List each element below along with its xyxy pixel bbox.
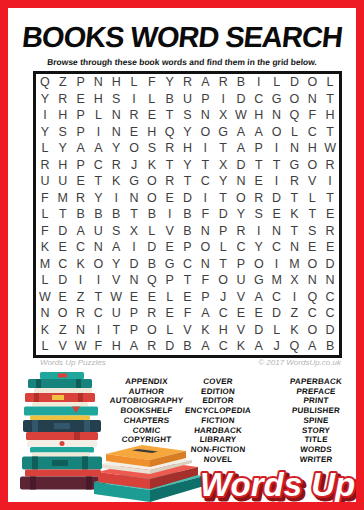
grid-cell-r9c6[interactable]: T (125, 206, 143, 223)
grid-cell-r14c1[interactable]: W (36, 289, 54, 306)
grid-cell-r16c14[interactable]: L (268, 322, 286, 339)
grid-cell-r15c6[interactable]: P (125, 305, 143, 322)
grid-cell-r17c10[interactable]: A (196, 338, 214, 355)
grid-cell-r10c17[interactable]: R (321, 223, 339, 240)
grid-cell-r1c14[interactable]: L (268, 74, 286, 91)
grid-cell-r5c11[interactable]: T (214, 140, 232, 157)
grid-cell-r12c1[interactable]: M (36, 256, 54, 273)
grid-cell-r11c14[interactable]: C (268, 239, 286, 256)
grid-cell-r11c17[interactable]: E (321, 239, 339, 256)
grid-cell-r7c5[interactable]: K (107, 173, 125, 190)
grid-cell-r13c16[interactable]: N (303, 272, 321, 289)
grid-cell-r11c10[interactable]: O (196, 239, 214, 256)
grid-cell-r13c6[interactable]: N (125, 272, 143, 289)
grid-cell-r1c12[interactable]: B (232, 74, 250, 91)
grid-cell-r9c8[interactable]: I (161, 206, 179, 223)
grid-cell-r5c2[interactable]: Y (54, 140, 72, 157)
grid-cell-r3c16[interactable]: F (303, 107, 321, 124)
grid-cell-r6c9[interactable]: Y (179, 157, 197, 174)
grid-cell-r6c1[interactable]: R (36, 157, 54, 174)
grid-cell-r3c6[interactable]: R (125, 107, 143, 124)
grid-cell-r9c7[interactable]: B (143, 206, 161, 223)
grid-cell-r16c2[interactable]: Z (54, 322, 72, 339)
grid-cell-r15c4[interactable]: C (89, 305, 107, 322)
grid-cell-r14c2[interactable]: E (54, 289, 72, 306)
grid-cell-r7c17[interactable]: I (321, 173, 339, 190)
grid-cell-r8c8[interactable]: E (161, 190, 179, 207)
grid-cell-r12c7[interactable]: B (143, 256, 161, 273)
grid-cell-r6c15[interactable]: G (286, 157, 304, 174)
grid-cell-r8c14[interactable]: D (268, 190, 286, 207)
grid-cell-r6c10[interactable]: T (196, 157, 214, 174)
grid-cell-r7c15[interactable]: R (286, 173, 304, 190)
grid-cell-r8c17[interactable]: T (321, 190, 339, 207)
grid-cell-r14c11[interactable]: J (214, 289, 232, 306)
grid-cell-r5c8[interactable]: R (161, 140, 179, 157)
grid-cell-r7c6[interactable]: G (125, 173, 143, 190)
grid-cell-r8c16[interactable]: L (303, 190, 321, 207)
grid-cell-r16c4[interactable]: I (89, 322, 107, 339)
grid-cell-r9c17[interactable]: E (321, 206, 339, 223)
grid-cell-r6c8[interactable]: T (161, 157, 179, 174)
grid-cell-r17c16[interactable]: A (303, 338, 321, 355)
grid-cell-r13c12[interactable]: U (232, 272, 250, 289)
grid-cell-r13c4[interactable]: I (89, 272, 107, 289)
grid-cell-r4c1[interactable]: Y (36, 124, 54, 141)
grid-cell-r8c1[interactable]: F (36, 190, 54, 207)
grid-cell-r5c14[interactable]: I (268, 140, 286, 157)
grid-cell-r13c17[interactable]: N (321, 272, 339, 289)
grid-cell-r11c8[interactable]: E (161, 239, 179, 256)
grid-cell-r3c13[interactable]: H (250, 107, 268, 124)
grid-cell-r9c15[interactable]: K (286, 206, 304, 223)
grid-cell-r6c5[interactable]: R (107, 157, 125, 174)
grid-cell-r14c4[interactable]: T (89, 289, 107, 306)
grid-cell-r4c2[interactable]: S (54, 124, 72, 141)
grid-cell-r9c10[interactable]: F (196, 206, 214, 223)
grid-cell-r10c5[interactable]: S (107, 223, 125, 240)
grid-cell-r9c5[interactable]: B (107, 206, 125, 223)
grid-cell-r2c14[interactable]: G (268, 91, 286, 108)
grid-cell-r12c6[interactable]: D (125, 256, 143, 273)
grid-cell-r13c13[interactable]: G (250, 272, 268, 289)
grid-cell-r10c13[interactable]: I (250, 223, 268, 240)
grid-cell-r3c15[interactable]: Q (286, 107, 304, 124)
grid-cell-r9c9[interactable]: B (179, 206, 197, 223)
grid-cell-r4c3[interactable]: P (72, 124, 90, 141)
grid-cell-r11c15[interactable]: N (286, 239, 304, 256)
grid-cell-r5c6[interactable]: O (125, 140, 143, 157)
grid-cell-r8c15[interactable]: T (286, 190, 304, 207)
grid-cell-r8c4[interactable]: Y (89, 190, 107, 207)
grid-cell-r1c8[interactable]: Y (161, 74, 179, 91)
grid-cell-r14c16[interactable]: Q (303, 289, 321, 306)
grid-cell-r12c14[interactable]: I (268, 256, 286, 273)
grid-cell-r7c1[interactable]: U (36, 173, 54, 190)
grid-cell-r17c4[interactable]: F (89, 338, 107, 355)
grid-cell-r8c5[interactable]: I (107, 190, 125, 207)
grid-cell-r11c1[interactable]: K (36, 239, 54, 256)
grid-cell-r9c2[interactable]: T (54, 206, 72, 223)
grid-cell-r14c13[interactable]: A (250, 289, 268, 306)
grid-cell-r2c7[interactable]: L (143, 91, 161, 108)
grid-cell-r3c3[interactable]: P (72, 107, 90, 124)
grid-cell-r15c16[interactable]: C (303, 305, 321, 322)
grid-cell-r14c12[interactable]: V (232, 289, 250, 306)
grid-cell-r13c8[interactable]: P (161, 272, 179, 289)
grid-cell-r7c3[interactable]: E (72, 173, 90, 190)
grid-cell-r3c7[interactable]: E (143, 107, 161, 124)
grid-cell-r17c14[interactable]: J (268, 338, 286, 355)
grid-cell-r17c1[interactable]: L (36, 338, 54, 355)
grid-cell-r11c9[interactable]: P (179, 239, 197, 256)
grid-cell-r4c4[interactable]: I (89, 124, 107, 141)
grid-cell-r10c9[interactable]: B (179, 223, 197, 240)
grid-cell-r11c12[interactable]: C (232, 239, 250, 256)
grid-cell-r14c14[interactable]: C (268, 289, 286, 306)
word-list-item: SPINE (266, 416, 364, 426)
grid-cell-r17c7[interactable]: R (143, 338, 161, 355)
grid-cell-r2c12[interactable]: D (232, 91, 250, 108)
grid-cell-r17c17[interactable]: B (321, 338, 339, 355)
grid-cell-r6c13[interactable]: T (250, 157, 268, 174)
grid-cell-r4c17[interactable]: T (321, 124, 339, 141)
grid-cell-r12c4[interactable]: O (89, 256, 107, 273)
grid-cell-r15c12[interactable]: E (232, 305, 250, 322)
grid-cell-r5c9[interactable]: H (179, 140, 197, 157)
grid-cell-r6c12[interactable]: D (232, 157, 250, 174)
grid-cell-r2c11[interactable]: I (214, 91, 232, 108)
grid-cell-r8c7[interactable]: O (143, 190, 161, 207)
grid-cell-r16c10[interactable]: K (196, 322, 214, 339)
grid-cell-r6c11[interactable]: X (214, 157, 232, 174)
grid-cell-r13c9[interactable]: T (179, 272, 197, 289)
word-list-item: WORDS (266, 445, 364, 455)
grid-cell-r15c10[interactable]: A (196, 305, 214, 322)
grid-cell-r5c1[interactable]: L (36, 140, 54, 157)
grid-cell-r2c15[interactable]: O (286, 91, 304, 108)
grid-cell-r3c4[interactable]: L (89, 107, 107, 124)
grid-cell-r13c14[interactable]: M (268, 272, 286, 289)
grid-cell-r11c13[interactable]: Y (250, 239, 268, 256)
grid-cell-r3c10[interactable]: N (196, 107, 214, 124)
grid-cell-r2c6[interactable]: I (125, 91, 143, 108)
grid-cell-r5c10[interactable]: I (196, 140, 214, 157)
grid-cell-r8c13[interactable]: R (250, 190, 268, 207)
grid-cell-r7c9[interactable]: T (179, 173, 197, 190)
grid-cell-r15c11[interactable]: C (214, 305, 232, 322)
grid-cell-r16c12[interactable]: V (232, 322, 250, 339)
grid-cell-r17c8[interactable]: D (161, 338, 179, 355)
grid-cell-r15c13[interactable]: E (250, 305, 268, 322)
grid-cell-r17c9[interactable]: B (179, 338, 197, 355)
grid-cell-r4c8[interactable]: Q (161, 124, 179, 141)
grid-cell-r14c10[interactable]: P (196, 289, 214, 306)
grid-cell-r7c10[interactable]: C (196, 173, 214, 190)
grid-cell-r17c13[interactable]: A (250, 338, 268, 355)
grid-cell-r16c7[interactable]: O (143, 322, 161, 339)
word-list-column-3: PAPERBACKPREFACEPRINTPUBLISHERSPINESTORY… (266, 377, 364, 464)
grid-cell-r2c4[interactable]: H (89, 91, 107, 108)
grid-cell-r17c12[interactable]: K (232, 338, 250, 355)
grid-cell-r2c9[interactable]: U (179, 91, 197, 108)
grid-cell-r12c15[interactable]: M (286, 256, 304, 273)
grid-cell-r10c11[interactable]: P (214, 223, 232, 240)
grid-cell-r9c11[interactable]: D (214, 206, 232, 223)
grid-cell-r7c14[interactable]: I (268, 173, 286, 190)
grid-cell-r2c8[interactable]: B (161, 91, 179, 108)
grid-cell-r9c3[interactable]: B (72, 206, 90, 223)
grid-cell-r16c13[interactable]: D (250, 322, 268, 339)
grid-cell-r3c1[interactable]: I (36, 107, 54, 124)
grid-cell-r14c3[interactable]: Z (72, 289, 90, 306)
grid-cell-r4c16[interactable]: C (303, 124, 321, 141)
grid-cell-r10c7[interactable]: L (143, 223, 161, 240)
grid-cell-r5c4[interactable]: A (89, 140, 107, 157)
grid-cell-r11c16[interactable]: E (303, 239, 321, 256)
grid-cell-r16c6[interactable]: P (125, 322, 143, 339)
grid-cell-r6c6[interactable]: J (125, 157, 143, 174)
grid-cell-r4c12[interactable]: A (232, 124, 250, 141)
grid-cell-r15c17[interactable]: C (321, 305, 339, 322)
grid-cell-r11c2[interactable]: E (54, 239, 72, 256)
grid-cell-r1c9[interactable]: R (179, 74, 197, 91)
grid-cell-r17c15[interactable]: Q (286, 338, 304, 355)
grid-cell-r4c15[interactable]: L (286, 124, 304, 141)
word-search-grid: QZPNHLFYRARBILDOLYREHSILBUPIDCGONTIHPLNR… (33, 71, 342, 358)
footer-copyright: © 2017 WordsUp.co.uk (258, 358, 341, 367)
grid-cell-r5c7[interactable]: S (143, 140, 161, 157)
grid-cell-r15c7[interactable]: R (143, 305, 161, 322)
grid-cell-r8c6[interactable]: N (125, 190, 143, 207)
grid-cell-r8c2[interactable]: M (54, 190, 72, 207)
grid-cell-r16c5[interactable]: T (107, 322, 125, 339)
grid-cell-r13c11[interactable]: O (214, 272, 232, 289)
grid-cell-r3c9[interactable]: S (179, 107, 197, 124)
grid-cell-r3c8[interactable]: T (161, 107, 179, 124)
grid-cell-r14c8[interactable]: L (161, 289, 179, 306)
grid-cell-r13c7[interactable]: Q (143, 272, 161, 289)
grid-cell-r1c16[interactable]: O (303, 74, 321, 91)
grid-cell-r2c10[interactable]: P (196, 91, 214, 108)
grid-cell-r1c5[interactable]: H (107, 74, 125, 91)
grid-cell-r6c7[interactable]: K (143, 157, 161, 174)
grid-cell-r5c5[interactable]: Y (107, 140, 125, 157)
grid-cell-r4c14[interactable]: O (268, 124, 286, 141)
word-list-item: TITLE (266, 435, 364, 445)
grid-cell-r8c12[interactable]: O (232, 190, 250, 207)
grid-cell-r5c15[interactable]: N (286, 140, 304, 157)
grid-cell-r10c4[interactable]: U (89, 223, 107, 240)
grid-cell-r2c17[interactable]: T (321, 91, 339, 108)
page-subtitle: Browse through these book words and find… (8, 57, 357, 67)
grid-cell-r14c9[interactable]: E (179, 289, 197, 306)
grid-cell-r15c2[interactable]: O (54, 305, 72, 322)
grid-cell-r3c5[interactable]: N (107, 107, 125, 124)
grid-cell-r12c16[interactable]: O (303, 256, 321, 273)
grid-cell-r11c3[interactable]: C (72, 239, 90, 256)
grid-cell-r13c1[interactable]: L (36, 272, 54, 289)
grid-cell-r1c6[interactable]: L (125, 74, 143, 91)
grid-cell-r4c5[interactable]: N (107, 124, 125, 141)
grid-cell-r1c15[interactable]: D (286, 74, 304, 91)
grid-cell-r13c10[interactable]: F (196, 272, 214, 289)
grid-cell-r6c3[interactable]: P (72, 157, 90, 174)
grid-cell-r16c15[interactable]: K (286, 322, 304, 339)
grid-cell-r11c7[interactable]: D (143, 239, 161, 256)
grid-cell-r13c3[interactable]: I (72, 272, 90, 289)
grid-cell-r17c6[interactable]: A (125, 338, 143, 355)
grid-cell-r6c14[interactable]: T (268, 157, 286, 174)
grid-cell-r15c14[interactable]: D (268, 305, 286, 322)
grid-cell-r7c8[interactable]: R (161, 173, 179, 190)
grid-cell-r12c11[interactable]: T (214, 256, 232, 273)
grid-cell-r5c13[interactable]: P (250, 140, 268, 157)
grid-cell-r3c14[interactable]: N (268, 107, 286, 124)
grid-cell-r9c12[interactable]: Y (232, 206, 250, 223)
grid-cell-r12c10[interactable]: N (196, 256, 214, 273)
grid-cell-r5c16[interactable]: H (303, 140, 321, 157)
grid-cell-r12c17[interactable]: D (321, 256, 339, 273)
grid-cell-r2c5[interactable]: S (107, 91, 125, 108)
grid-cell-r3c11[interactable]: X (214, 107, 232, 124)
grid-cell-r3c2[interactable]: H (54, 107, 72, 124)
grid-cell-r1c10[interactable]: A (196, 74, 214, 91)
grid-cell-r16c3[interactable]: N (72, 322, 90, 339)
grid-cell-r7c13[interactable]: E (250, 173, 268, 190)
grid-cell-r9c13[interactable]: S (250, 206, 268, 223)
grid-cell-r5c17[interactable]: W (321, 140, 339, 157)
grid-cell-r10c10[interactable]: N (196, 223, 214, 240)
grid-cell-r4c11[interactable]: G (214, 124, 232, 141)
grid-cell-r3c17[interactable]: H (321, 107, 339, 124)
grid-cell-r1c2[interactable]: Z (54, 74, 72, 91)
grid-cell-r1c7[interactable]: F (143, 74, 161, 91)
grid-cell-r2c1[interactable]: Y (36, 91, 54, 108)
grid-cell-r1c17[interactable]: L (321, 74, 339, 91)
grid-cell-r7c2[interactable]: U (54, 173, 72, 190)
grid-cell-r12c3[interactable]: K (72, 256, 90, 273)
grid-cell-r17c2[interactable]: V (54, 338, 72, 355)
grid-cell-r4c9[interactable]: Y (179, 124, 197, 141)
grid-cell-r7c11[interactable]: Y (214, 173, 232, 190)
grid-cell-r5c3[interactable]: A (72, 140, 90, 157)
grid-cell-r15c1[interactable]: N (36, 305, 54, 322)
grid-cell-r11c6[interactable]: I (125, 239, 143, 256)
grid-cell-r4c13[interactable]: A (250, 124, 268, 141)
grid-cell-r2c16[interactable]: N (303, 91, 321, 108)
grid-cell-r10c2[interactable]: D (54, 223, 72, 240)
grid-cell-r12c2[interactable]: C (54, 256, 72, 273)
grid-cell-r10c15[interactable]: T (286, 223, 304, 240)
grid-cell-r4c7[interactable]: H (143, 124, 161, 141)
grid-cell-r10c1[interactable]: F (36, 223, 54, 240)
grid-cell-r1c13[interactable]: I (250, 74, 268, 91)
grid-cell-r8c11[interactable]: T (214, 190, 232, 207)
grid-cell-r9c16[interactable]: T (303, 206, 321, 223)
grid-cell-r14c5[interactable]: W (107, 289, 125, 306)
grid-cell-r9c1[interactable]: L (36, 206, 54, 223)
grid-cell-r4c6[interactable]: E (125, 124, 143, 141)
grid-cell-r8c3[interactable]: R (72, 190, 90, 207)
grid-cell-r10c12[interactable]: R (232, 223, 250, 240)
grid-cell-r1c3[interactable]: P (72, 74, 90, 91)
grid-cell-r4c10[interactable]: O (196, 124, 214, 141)
grid-cell-r8c10[interactable]: I (196, 190, 214, 207)
grid-cell-r11c11[interactable]: L (214, 239, 232, 256)
grid-cell-r7c4[interactable]: T (89, 173, 107, 190)
grid-cell-r6c16[interactable]: O (303, 157, 321, 174)
grid-cell-r10c8[interactable]: V (161, 223, 179, 240)
grid-cell-r17c11[interactable]: C (214, 338, 232, 355)
grid-cell-r1c1[interactable]: Q (36, 74, 54, 91)
grid-cell-r1c11[interactable]: R (214, 74, 232, 91)
grid-cell-r7c7[interactable]: O (143, 173, 161, 190)
grid-cell-r10c3[interactable]: A (72, 223, 90, 240)
grid-cell-r15c9[interactable]: F (179, 305, 197, 322)
grid-cell-r17c5[interactable]: H (107, 338, 125, 355)
grid-cell-r9c14[interactable]: E (268, 206, 286, 223)
grid-cell-r15c15[interactable]: Z (286, 305, 304, 322)
grid-cell-r15c8[interactable]: E (161, 305, 179, 322)
grid-cell-r9c4[interactable]: B (89, 206, 107, 223)
grid-cell-r10c14[interactable]: N (268, 223, 286, 240)
grid-cell-r3c12[interactable]: W (232, 107, 250, 124)
grid-cell-r12c13[interactable]: O (250, 256, 268, 273)
grid-cell-r12c5[interactable]: Y (107, 256, 125, 273)
grid-cell-r15c3[interactable]: R (72, 305, 90, 322)
grid-cell-r16c17[interactable]: D (321, 322, 339, 339)
grid-cell-r1c4[interactable]: N (89, 74, 107, 91)
word-list-item: PREFACE (266, 387, 364, 397)
grid-cell-r16c8[interactable]: L (161, 322, 179, 339)
grid-cell-r6c2[interactable]: H (54, 157, 72, 174)
puzzle-page: BOOKS WORD SEARCH Browse through these b… (0, 0, 364, 510)
grid-cell-r13c2[interactable]: D (54, 272, 72, 289)
grid-cell-r2c13[interactable]: C (250, 91, 268, 108)
grid-cell-r11c4[interactable]: N (89, 239, 107, 256)
grid-cell-r2c2[interactable]: R (54, 91, 72, 108)
grid-cell-r10c16[interactable]: S (303, 223, 321, 240)
grid-cell-r10c6[interactable]: X (125, 223, 143, 240)
words-up-logo-text: Words Up? (200, 466, 364, 503)
grid-cell-r2c3[interactable]: E (72, 91, 90, 108)
grid-cell-r16c9[interactable]: V (179, 322, 197, 339)
grid-cell-r6c17[interactable]: R (321, 157, 339, 174)
grid-cell-r8c9[interactable]: D (179, 190, 197, 207)
grid-cell-r13c15[interactable]: X (286, 272, 304, 289)
grid-cell-r7c12[interactable]: N (232, 173, 250, 190)
grid-cell-r14c7[interactable]: E (143, 289, 161, 306)
grid-cell-r13c5[interactable]: V (107, 272, 125, 289)
grid-cell-r11c5[interactable]: A (107, 239, 125, 256)
grid-cell-r14c15[interactable]: I (286, 289, 304, 306)
grid-cell-r15c5[interactable]: U (107, 305, 125, 322)
grid-cell-r16c1[interactable]: K (36, 322, 54, 339)
grid-cell-r6c4[interactable]: C (89, 157, 107, 174)
grid-cell-r16c16[interactable]: O (303, 322, 321, 339)
grid-cell-r12c12[interactable]: P (232, 256, 250, 273)
grid-cell-r16c11[interactable]: H (214, 322, 232, 339)
grid-cell-r14c6[interactable]: E (125, 289, 143, 306)
grid-cell-r5c12[interactable]: A (232, 140, 250, 157)
word-list-item: ENCYCLOPEDIA (168, 406, 269, 416)
grid-cell-r7c16[interactable]: V (303, 173, 321, 190)
grid-cell-r17c3[interactable]: W (72, 338, 90, 355)
grid-cell-r12c9[interactable]: C (179, 256, 197, 273)
grid-cell-r12c8[interactable]: G (161, 256, 179, 273)
grid-cell-r14c17[interactable]: C (321, 289, 339, 306)
